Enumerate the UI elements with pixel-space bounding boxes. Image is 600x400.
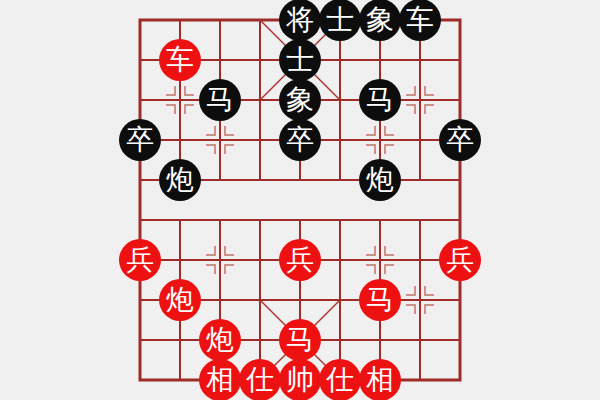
piece-black-horse-g8[interactable]: 马 <box>359 79 401 121</box>
xiangqi-app: 将士象车车士马象马卒卒卒炮炮兵兵兵炮马炮马相仕帅仕相 <box>0 0 600 400</box>
piece-red-general-e1[interactable]: 帅 <box>279 359 321 400</box>
piece-black-advisor-e9[interactable]: 士 <box>279 39 321 81</box>
piece-red-soldier-a4[interactable]: 兵 <box>119 239 161 281</box>
piece-red-chariot-b9[interactable]: 车 <box>159 39 201 81</box>
piece-black-elephant-g10[interactable]: 象 <box>359 0 401 41</box>
pieces-grid: 将士象车车士马象马卒卒卒炮炮兵兵兵炮马炮马相仕帅仕相 <box>120 0 480 400</box>
piece-black-elephant-e8[interactable]: 象 <box>279 79 321 121</box>
piece-red-advisor-d1[interactable]: 仕 <box>239 359 281 400</box>
piece-red-advisor-f1[interactable]: 仕 <box>319 359 361 400</box>
piece-red-soldier-e4[interactable]: 兵 <box>279 239 321 281</box>
piece-red-elephant-c1[interactable]: 相 <box>199 359 241 400</box>
piece-black-cannon-b6[interactable]: 炮 <box>159 159 201 201</box>
piece-black-general-e10[interactable]: 将 <box>279 0 321 41</box>
piece-black-advisor-f10[interactable]: 士 <box>319 0 361 41</box>
piece-black-soldier-e7[interactable]: 卒 <box>279 119 321 161</box>
piece-red-horse-e2[interactable]: 马 <box>279 319 321 361</box>
piece-black-soldier-i7[interactable]: 卒 <box>439 119 481 161</box>
piece-black-soldier-a7[interactable]: 卒 <box>119 119 161 161</box>
piece-red-soldier-i4[interactable]: 兵 <box>439 239 481 281</box>
piece-black-chariot-h10[interactable]: 车 <box>399 0 441 41</box>
piece-red-elephant-g1[interactable]: 相 <box>359 359 401 400</box>
piece-black-cannon-g6[interactable]: 炮 <box>359 159 401 201</box>
piece-black-horse-c8[interactable]: 马 <box>199 79 241 121</box>
piece-red-cannon-b3[interactable]: 炮 <box>159 279 201 321</box>
piece-red-horse-g3[interactable]: 马 <box>359 279 401 321</box>
piece-red-cannon-c2[interactable]: 炮 <box>199 319 241 361</box>
